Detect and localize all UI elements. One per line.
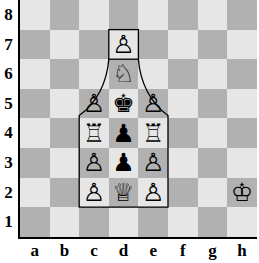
square-e2[interactable]: ♙ [138,178,168,208]
white-pawn[interactable]: ♙ [79,89,109,119]
white-pawn[interactable]: ♙ [109,30,139,60]
square-h5[interactable] [227,89,257,119]
square-b6[interactable] [50,59,80,89]
square-c6[interactable] [79,59,109,89]
white-pawn[interactable]: ♙ [138,148,168,178]
file-label-c: c [79,239,109,263]
square-g1[interactable] [198,207,228,237]
white-rook[interactable]: ♖ [138,118,168,148]
square-g3[interactable] [198,148,228,178]
square-e6[interactable] [138,59,168,89]
square-g2[interactable] [198,178,228,208]
square-b3[interactable] [50,148,80,178]
white-pawn[interactable]: ♙ [79,178,109,208]
square-c3[interactable]: ♙ [79,148,109,178]
square-f4[interactable] [168,118,198,148]
square-h3[interactable] [227,148,257,178]
square-b8[interactable] [50,0,80,30]
square-h4[interactable] [227,118,257,148]
square-d3[interactable]: ♟ [109,148,139,178]
square-d6[interactable]: ♘ [109,59,139,89]
square-a4[interactable] [20,118,50,148]
square-f5[interactable] [168,89,198,119]
square-d8[interactable] [109,0,139,30]
file-label-a: a [20,239,50,263]
file-label-e: e [138,239,168,263]
square-c5[interactable]: ♙ [79,89,109,119]
rank-label-5: 5 [1,89,16,119]
white-king[interactable]: ♔ [227,178,257,208]
file-label-b: b [50,239,80,263]
square-h8[interactable] [227,0,257,30]
square-e3[interactable]: ♙ [138,148,168,178]
square-b2[interactable] [50,178,80,208]
white-pawn[interactable]: ♙ [138,89,168,119]
chess-diagram: 87654321 ♙♘♙♚♙♖♟♖♙♟♙♙♕♙♔ abcdefgh [0,0,259,263]
square-g5[interactable] [198,89,228,119]
square-e1[interactable] [138,207,168,237]
square-a5[interactable] [20,89,50,119]
chess-board: ♙♘♙♚♙♖♟♖♙♟♙♙♕♙♔ [18,0,257,239]
white-rook[interactable]: ♖ [79,118,109,148]
square-c8[interactable] [79,0,109,30]
square-d1[interactable] [109,207,139,237]
square-f3[interactable] [168,148,198,178]
rank-label-2: 2 [1,178,16,208]
rank-label-7: 7 [1,30,16,60]
square-a7[interactable] [20,30,50,60]
square-c7[interactable] [79,30,109,60]
square-h2[interactable]: ♔ [227,178,257,208]
square-b1[interactable] [50,207,80,237]
square-a6[interactable] [20,59,50,89]
square-h7[interactable] [227,30,257,60]
square-g7[interactable] [198,30,228,60]
rank-label-3: 3 [1,148,16,178]
white-queen[interactable]: ♕ [109,178,139,208]
rank-label-6: 6 [1,59,16,89]
square-f1[interactable] [168,207,198,237]
square-f2[interactable] [168,178,198,208]
square-g6[interactable] [198,59,228,89]
square-d4[interactable]: ♟ [109,118,139,148]
square-b7[interactable] [50,30,80,60]
square-a1[interactable] [20,207,50,237]
square-e4[interactable]: ♖ [138,118,168,148]
square-f7[interactable] [168,30,198,60]
file-label-g: g [198,239,228,263]
square-a3[interactable] [20,148,50,178]
square-h1[interactable] [227,207,257,237]
square-c1[interactable] [79,207,109,237]
rank-label-8: 8 [1,0,16,30]
square-h6[interactable] [227,59,257,89]
file-label-f: f [168,239,198,263]
white-pawn[interactable]: ♙ [138,178,168,208]
square-d7[interactable]: ♙ [109,30,139,60]
square-a2[interactable] [20,178,50,208]
black-pawn[interactable]: ♟ [109,118,139,148]
square-e8[interactable] [138,0,168,30]
square-e5[interactable]: ♙ [138,89,168,119]
black-king[interactable]: ♚ [109,89,139,119]
square-c4[interactable]: ♖ [79,118,109,148]
white-pawn[interactable]: ♙ [79,148,109,178]
square-g4[interactable] [198,118,228,148]
black-pawn[interactable]: ♟ [109,148,139,178]
square-b4[interactable] [50,118,80,148]
square-f8[interactable] [168,0,198,30]
white-knight[interactable]: ♘ [109,59,139,89]
square-f6[interactable] [168,59,198,89]
square-b5[interactable] [50,89,80,119]
file-label-h: h [227,239,257,263]
square-g8[interactable] [198,0,228,30]
square-c2[interactable]: ♙ [79,178,109,208]
square-d5[interactable]: ♚ [109,89,139,119]
rank-label-4: 4 [1,118,16,148]
square-d2[interactable]: ♕ [109,178,139,208]
square-a8[interactable] [20,0,50,30]
file-label-d: d [109,239,139,263]
square-e7[interactable] [138,30,168,60]
rank-label-1: 1 [1,207,16,237]
